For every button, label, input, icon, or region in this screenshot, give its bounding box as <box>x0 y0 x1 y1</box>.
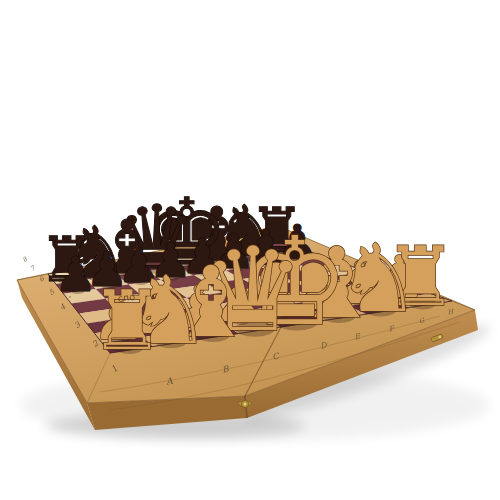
rank-label-8: 8 <box>21 254 29 263</box>
rank-label-7: 7 <box>29 263 37 272</box>
piece-white-rook-a1: ♜ <box>90 273 164 368</box>
chessboard-scene: ABCDEFGH12345678♜♞♟♝♟♚♟♛♝♟♞♟♜♟♟♟♟♟♜♟♞♟♝♟… <box>0 0 500 500</box>
chess-set-photo: ABCDEFGH12345678♜♞♟♝♟♚♟♛♝♟♞♟♜♟♟♟♟♟♜♟♞♟♝♟… <box>0 0 500 500</box>
chessboard-svg: ABCDEFGH12345678♜♞♟♝♟♚♟♛♝♟♞♟♜♟♟♟♟♟♜♟♞♟♝♟… <box>0 0 500 500</box>
